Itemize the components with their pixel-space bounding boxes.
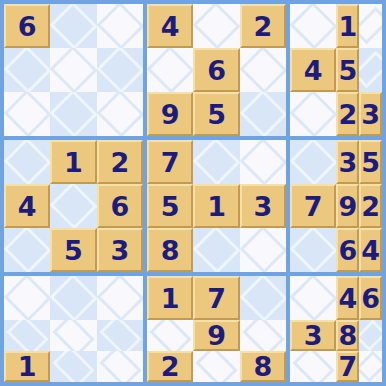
empty-cell-diamond-icon — [97, 4, 143, 48]
empty-cell-diamond-icon — [52, 351, 94, 382]
empty-cell-diamond-icon — [195, 351, 237, 382]
empty-cell-diamond-icon — [99, 320, 141, 351]
empty-cell-diamond-icon — [52, 320, 94, 351]
empty-cell-diamond-icon — [4, 276, 50, 320]
cell-r2c1[interactable] — [4, 48, 50, 92]
cell-r4c9: 5 — [359, 140, 382, 184]
cell-r8c8: 8 — [336, 320, 359, 351]
given-digit: 8 — [161, 237, 180, 264]
given-digit: 6 — [361, 285, 380, 312]
given-digit: 5 — [338, 57, 357, 84]
cell-r5c9: 2 — [359, 184, 382, 228]
given-digit: 2 — [338, 101, 357, 128]
cell-r7c2[interactable] — [50, 276, 96, 320]
cell-r2c5: 6 — [193, 48, 239, 92]
given-digit: 2 — [361, 193, 380, 220]
cell-r9c5[interactable] — [193, 351, 239, 382]
empty-cell-diamond-icon — [50, 48, 96, 92]
given-digit: 2 — [161, 353, 180, 380]
cell-r9c2[interactable] — [50, 351, 96, 382]
given-digit: 6 — [338, 237, 357, 264]
cell-r5c4: 5 — [147, 184, 193, 228]
cell-r3c6[interactable] — [240, 92, 286, 136]
cell-r9c7[interactable] — [290, 351, 336, 382]
empty-cell-diamond-icon — [240, 48, 286, 92]
cell-r4c3: 2 — [97, 140, 143, 184]
cell-r5c2[interactable] — [50, 184, 96, 228]
cell-r8c9[interactable] — [359, 320, 382, 351]
empty-cell-diamond-icon — [240, 228, 286, 272]
given-digit: 1 — [64, 149, 83, 176]
empty-cell-diamond-icon — [359, 320, 382, 351]
cell-r1c5[interactable] — [193, 4, 239, 48]
cell-r7c4: 1 — [147, 276, 193, 320]
cell-r8c3[interactable] — [97, 320, 143, 351]
cell-r5c3: 6 — [97, 184, 143, 228]
cell-r9c6: 8 — [240, 351, 286, 382]
cell-r9c8: 7 — [336, 351, 359, 382]
cell-r2c4[interactable] — [147, 48, 193, 92]
sudoku-board: 6421645952312735465137925386417469381287 — [0, 0, 386, 386]
cell-r4c5[interactable] — [193, 140, 239, 184]
cell-r5c8: 9 — [336, 184, 359, 228]
given-digit: 7 — [207, 285, 226, 312]
cell-r1c1: 6 — [4, 4, 50, 48]
given-digit: 1 — [207, 193, 226, 220]
cell-r7c9: 6 — [359, 276, 382, 320]
cell-r7c5: 7 — [193, 276, 239, 320]
given-digit: 2 — [110, 149, 129, 176]
empty-cell-diamond-icon — [193, 140, 239, 184]
cell-r6c7[interactable] — [290, 228, 336, 272]
empty-cell-diamond-icon — [50, 276, 96, 320]
given-digit: 7 — [161, 149, 180, 176]
cell-r5c7: 7 — [290, 184, 336, 228]
given-digit: 2 — [253, 13, 272, 40]
empty-cell-diamond-icon — [240, 140, 286, 184]
cell-r4c6[interactable] — [240, 140, 286, 184]
cell-r4c4: 7 — [147, 140, 193, 184]
cell-r5c6: 3 — [240, 184, 286, 228]
cell-r3c1[interactable] — [4, 92, 50, 136]
given-digit: 5 — [207, 101, 226, 128]
cell-r6c4: 8 — [147, 228, 193, 272]
given-digit: 3 — [253, 193, 272, 220]
empty-cell-diamond-icon — [97, 276, 143, 320]
cell-r6c2: 5 — [50, 228, 96, 272]
cell-r9c1: 1 — [4, 351, 50, 382]
given-digit: 3 — [110, 237, 129, 264]
cell-r3c9: 3 — [359, 92, 382, 136]
cell-r6c3: 3 — [97, 228, 143, 272]
given-digit: 4 — [361, 237, 380, 264]
empty-cell-diamond-icon — [50, 184, 96, 228]
cell-r8c6[interactable] — [240, 320, 286, 351]
cell-r8c4[interactable] — [147, 320, 193, 351]
cell-r6c5[interactable] — [193, 228, 239, 272]
cell-r2c6[interactable] — [240, 48, 286, 92]
empty-cell-diamond-icon — [50, 4, 96, 48]
empty-cell-diamond-icon — [290, 92, 336, 136]
cell-r7c8: 4 — [336, 276, 359, 320]
cell-r8c2[interactable] — [50, 320, 96, 351]
cell-r3c2[interactable] — [50, 92, 96, 136]
empty-cell-diamond-icon — [4, 140, 50, 184]
given-digit: 6 — [110, 193, 129, 220]
given-digit: 7 — [338, 353, 357, 380]
given-digit: 9 — [338, 193, 357, 220]
empty-cell-diamond-icon — [50, 92, 96, 136]
empty-cell-diamond-icon — [290, 4, 336, 48]
cell-r7c1[interactable] — [4, 276, 50, 320]
empty-cell-diamond-icon — [359, 351, 382, 382]
empty-cell-diamond-icon — [4, 92, 50, 136]
empty-cell-diamond-icon — [240, 276, 286, 320]
cell-r1c8: 1 — [336, 4, 359, 48]
empty-cell-diamond-icon — [193, 4, 239, 48]
cell-r6c8: 6 — [336, 228, 359, 272]
cell-r2c7: 4 — [290, 48, 336, 92]
given-digit: 7 — [304, 193, 323, 220]
empty-cell-diamond-icon — [290, 228, 336, 272]
cell-r4c7[interactable] — [290, 140, 336, 184]
cell-r3c5: 5 — [193, 92, 239, 136]
empty-cell-diamond-icon — [240, 92, 286, 136]
cell-r6c9: 4 — [359, 228, 382, 272]
given-digit: 1 — [161, 285, 180, 312]
cell-r9c4: 2 — [147, 351, 193, 382]
empty-cell-diamond-icon — [292, 351, 334, 382]
given-digit: 4 — [304, 57, 323, 84]
empty-cell-diamond-icon — [359, 51, 382, 89]
given-digit: 5 — [361, 149, 380, 176]
empty-cell-diamond-icon — [147, 48, 193, 92]
given-digit: 6 — [18, 13, 37, 40]
cell-r8c1[interactable] — [4, 320, 50, 351]
given-digit: 4 — [338, 285, 357, 312]
given-digit: 4 — [161, 13, 180, 40]
given-digit: 4 — [18, 193, 37, 220]
given-digit: 6 — [207, 57, 226, 84]
empty-cell-diamond-icon — [359, 7, 382, 45]
cell-r1c3[interactable] — [97, 4, 143, 48]
cell-r3c7[interactable] — [290, 92, 336, 136]
empty-cell-diamond-icon — [97, 48, 143, 92]
cell-r9c3[interactable] — [97, 351, 143, 382]
cell-r6c6[interactable] — [240, 228, 286, 272]
empty-cell-diamond-icon — [290, 276, 336, 320]
cell-r2c9[interactable] — [359, 48, 382, 92]
cell-r1c4: 4 — [147, 4, 193, 48]
empty-cell-diamond-icon — [4, 48, 50, 92]
cell-r1c9[interactable] — [359, 4, 382, 48]
empty-cell-diamond-icon — [6, 320, 48, 351]
cell-r4c1[interactable] — [4, 140, 50, 184]
cell-r7c7[interactable] — [290, 276, 336, 320]
cell-r4c2: 1 — [50, 140, 96, 184]
cell-r8c7: 3 — [290, 320, 336, 351]
given-digit: 3 — [304, 322, 323, 349]
cell-r7c3[interactable] — [97, 276, 143, 320]
cell-r3c4: 9 — [147, 92, 193, 136]
empty-cell-diamond-icon — [290, 140, 336, 184]
cell-r2c8: 5 — [336, 48, 359, 92]
cell-r3c8: 2 — [336, 92, 359, 136]
cell-r6c1[interactable] — [4, 228, 50, 272]
given-digit: 3 — [361, 101, 380, 128]
empty-cell-diamond-icon — [193, 228, 239, 272]
cell-r1c6: 2 — [240, 4, 286, 48]
cell-r5c5: 1 — [193, 184, 239, 228]
given-digit: 8 — [338, 322, 357, 349]
empty-cell-diamond-icon — [97, 92, 143, 136]
given-digit: 9 — [161, 101, 180, 128]
given-digit: 5 — [161, 193, 180, 220]
empty-cell-diamond-icon — [149, 320, 191, 351]
empty-cell-diamond-icon — [242, 320, 284, 351]
cell-r2c2[interactable] — [50, 48, 96, 92]
cell-r1c7[interactable] — [290, 4, 336, 48]
given-digit: 3 — [338, 149, 357, 176]
given-digit: 9 — [207, 322, 226, 349]
given-digit: 5 — [64, 237, 83, 264]
empty-cell-diamond-icon — [4, 228, 50, 272]
cell-r1c2[interactable] — [50, 4, 96, 48]
cell-r7c6[interactable] — [240, 276, 286, 320]
empty-cell-diamond-icon — [99, 351, 141, 382]
cell-r8c5: 9 — [193, 320, 239, 351]
cell-r2c3[interactable] — [97, 48, 143, 92]
given-digit: 1 — [18, 353, 37, 380]
cell-r4c8: 3 — [336, 140, 359, 184]
given-digit: 1 — [338, 13, 357, 40]
cell-r5c1: 4 — [4, 184, 50, 228]
cell-r9c9[interactable] — [359, 351, 382, 382]
given-digit: 8 — [253, 353, 272, 380]
cell-r3c3[interactable] — [97, 92, 143, 136]
